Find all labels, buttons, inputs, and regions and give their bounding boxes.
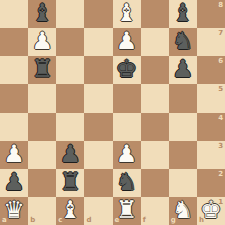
square-c7[interactable] (56, 28, 84, 56)
piece-white-king: ♚ (200, 198, 222, 222)
square-h6[interactable]: 6 (197, 56, 225, 84)
square-c5[interactable] (56, 84, 84, 112)
rank-label-2: 2 (218, 171, 223, 178)
piece-white-bishop: ♝ (116, 1, 138, 25)
square-b7[interactable]: ♟ (28, 28, 56, 56)
piece-black-knight: ♞ (116, 170, 138, 194)
square-b8[interactable]: ♝ (28, 0, 56, 28)
square-d4[interactable] (84, 113, 112, 141)
square-b3[interactable] (28, 141, 56, 169)
square-f4[interactable] (141, 113, 169, 141)
square-c1[interactable]: ♝c (56, 197, 84, 225)
file-label-g: g (171, 217, 176, 224)
square-h4[interactable]: 4 (197, 113, 225, 141)
file-label-b: b (30, 217, 35, 224)
file-label-a: a (2, 217, 7, 224)
square-c3[interactable]: ♟ (56, 141, 84, 169)
piece-black-rook: ♜ (31, 57, 53, 81)
square-f1[interactable]: f (141, 197, 169, 225)
rank-label-7: 7 (218, 30, 223, 37)
square-f5[interactable] (141, 84, 169, 112)
square-d6[interactable] (84, 56, 112, 84)
square-g6[interactable]: ♟ (169, 56, 197, 84)
square-a6[interactable] (0, 56, 28, 84)
square-b1[interactable]: b (28, 197, 56, 225)
piece-black-pawn: ♟ (3, 170, 25, 194)
square-g8[interactable]: ♝ (169, 0, 197, 28)
square-e4[interactable] (113, 113, 141, 141)
piece-white-knight: ♞ (172, 198, 194, 222)
piece-black-bishop: ♝ (31, 1, 53, 25)
piece-white-pawn: ♟ (3, 142, 25, 166)
square-h2[interactable]: 2 (197, 169, 225, 197)
square-f7[interactable] (141, 28, 169, 56)
square-g3[interactable] (169, 141, 197, 169)
square-g2[interactable] (169, 169, 197, 197)
square-a8[interactable] (0, 0, 28, 28)
piece-black-rook: ♜ (60, 170, 82, 194)
rank-label-8: 8 (218, 2, 223, 9)
piece-white-pawn: ♟ (116, 142, 138, 166)
square-e5[interactable] (113, 84, 141, 112)
square-c4[interactable] (56, 113, 84, 141)
square-e7[interactable]: ♟ (113, 28, 141, 56)
square-f2[interactable] (141, 169, 169, 197)
square-c8[interactable] (56, 0, 84, 28)
rank-label-3: 3 (218, 143, 223, 150)
piece-black-knight: ♞ (172, 29, 194, 53)
square-h8[interactable]: 8 (197, 0, 225, 28)
square-d1[interactable]: d (84, 197, 112, 225)
square-b5[interactable] (28, 84, 56, 112)
rank-label-5: 5 (218, 86, 223, 93)
piece-white-pawn: ♟ (116, 29, 138, 53)
piece-black-king: ♚ (116, 57, 138, 81)
square-g5[interactable] (169, 84, 197, 112)
square-d8[interactable] (84, 0, 112, 28)
rank-label-4: 4 (218, 115, 223, 122)
piece-white-queen: ♛ (3, 198, 25, 222)
square-e8[interactable]: ♝ (113, 0, 141, 28)
square-f3[interactable] (141, 141, 169, 169)
square-d5[interactable] (84, 84, 112, 112)
square-h1[interactable]: ♚1h (197, 197, 225, 225)
square-c2[interactable]: ♜ (56, 169, 84, 197)
chess-board[interactable]: ♝♝♝8♟♟♞7♜♚♟654♟♟♟3♟♜♞2♛ab♝cd♜ef♞g♚1h (0, 0, 225, 225)
rank-label-1: 1 (218, 199, 223, 206)
square-e2[interactable]: ♞ (113, 169, 141, 197)
rank-label-6: 6 (218, 58, 223, 65)
piece-black-pawn: ♟ (60, 142, 82, 166)
square-a5[interactable] (0, 84, 28, 112)
file-label-c: c (58, 217, 62, 224)
square-g1[interactable]: ♞g (169, 197, 197, 225)
square-g7[interactable]: ♞ (169, 28, 197, 56)
file-label-e: e (115, 217, 120, 224)
square-f8[interactable] (141, 0, 169, 28)
square-d7[interactable] (84, 28, 112, 56)
square-b4[interactable] (28, 113, 56, 141)
square-b2[interactable] (28, 169, 56, 197)
square-a7[interactable] (0, 28, 28, 56)
square-h3[interactable]: 3 (197, 141, 225, 169)
square-a2[interactable]: ♟ (0, 169, 28, 197)
square-d2[interactable] (84, 169, 112, 197)
file-label-f: f (143, 217, 146, 224)
square-a1[interactable]: ♛a (0, 197, 28, 225)
square-h7[interactable]: 7 (197, 28, 225, 56)
square-c6[interactable] (56, 56, 84, 84)
square-f6[interactable] (141, 56, 169, 84)
square-a3[interactable]: ♟ (0, 141, 28, 169)
piece-white-pawn: ♟ (31, 29, 53, 53)
piece-black-bishop: ♝ (172, 1, 194, 25)
square-e3[interactable]: ♟ (113, 141, 141, 169)
square-a4[interactable] (0, 113, 28, 141)
piece-white-rook: ♜ (116, 198, 138, 222)
file-label-d: d (86, 217, 91, 224)
square-e6[interactable]: ♚ (113, 56, 141, 84)
square-g4[interactable] (169, 113, 197, 141)
piece-white-bishop: ♝ (60, 198, 82, 222)
square-e1[interactable]: ♜e (113, 197, 141, 225)
square-b6[interactable]: ♜ (28, 56, 56, 84)
piece-black-pawn: ♟ (172, 57, 194, 81)
square-h5[interactable]: 5 (197, 84, 225, 112)
square-d3[interactable] (84, 141, 112, 169)
file-label-h: h (199, 217, 204, 224)
